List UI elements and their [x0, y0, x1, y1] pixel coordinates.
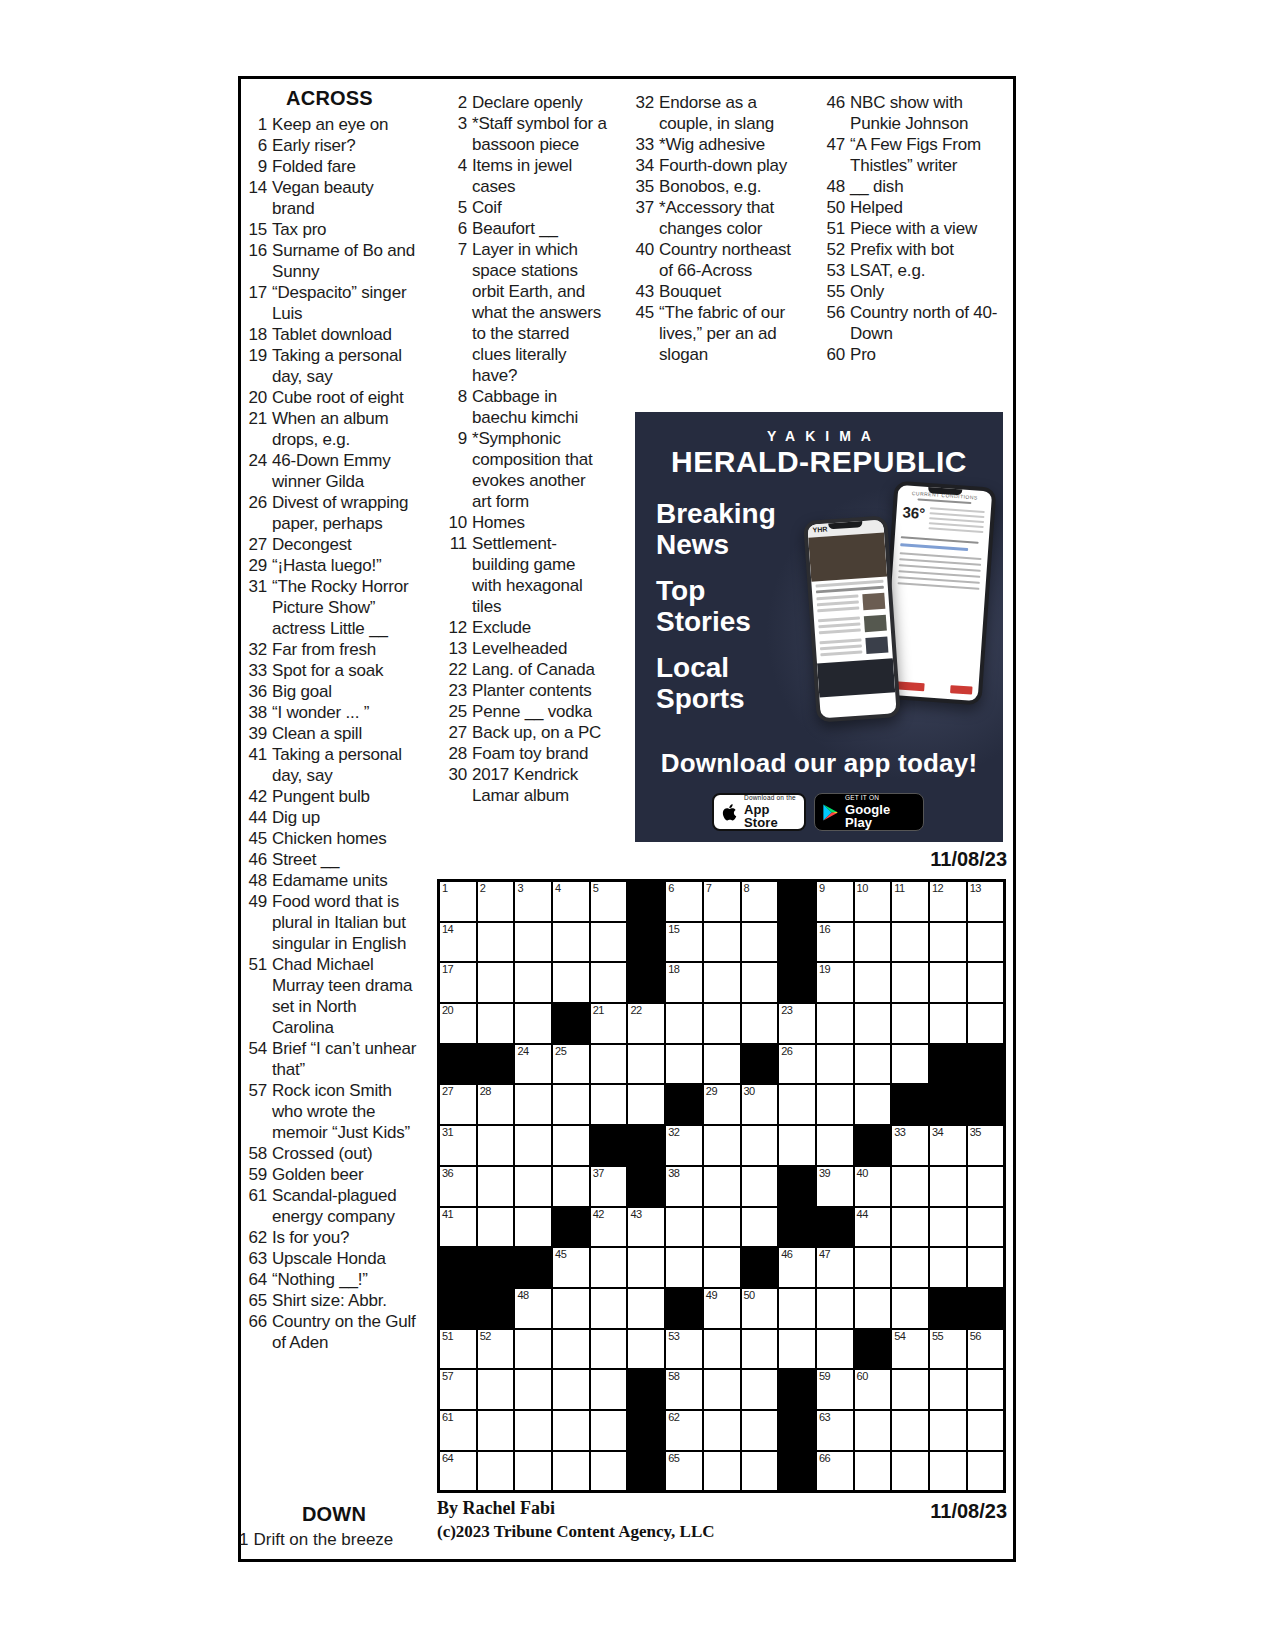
grid-cell[interactable] — [515, 1004, 551, 1043]
clue: 47“A Few Figs From Thistles” writer — [818, 134, 1006, 176]
grid-cell[interactable] — [628, 1330, 664, 1369]
grid-cell[interactable] — [892, 1004, 928, 1043]
clue-number: 12 — [441, 617, 472, 638]
black-cell — [440, 1248, 476, 1287]
grid-cell[interactable]: 33 — [892, 1126, 928, 1165]
clue-text: Planter contents — [472, 680, 607, 701]
grid-cell[interactable] — [591, 923, 627, 962]
clue-text: Settlement-building game with hexagonal … — [472, 533, 607, 617]
grid-cell[interactable]: 25 — [553, 1045, 589, 1084]
grid-cell[interactable] — [930, 1370, 966, 1409]
grid-cell[interactable] — [478, 1208, 514, 1247]
grid-cell[interactable]: 53 — [666, 1330, 702, 1369]
grid-cell[interactable] — [591, 963, 627, 1002]
down-clue-list-3: 46NBC show with Punkie Johnson47“A Few F… — [818, 92, 1006, 365]
grid-cell[interactable]: 29 — [704, 1085, 740, 1124]
grid-cell[interactable]: 41 — [440, 1208, 476, 1247]
grid-cell[interactable]: 19 — [817, 963, 853, 1002]
grid-cell[interactable]: 20 — [440, 1004, 476, 1043]
grid-cell[interactable]: 3 — [515, 882, 551, 921]
grid-cell[interactable] — [515, 1411, 551, 1450]
clue: 10Homes — [441, 512, 607, 533]
grid-cell[interactable] — [704, 1167, 740, 1206]
grid-cell[interactable] — [515, 1085, 551, 1124]
grid-cell[interactable] — [892, 923, 928, 962]
black-cell — [478, 1248, 514, 1287]
grid-cell[interactable] — [892, 1208, 928, 1247]
news-thumb — [862, 593, 885, 610]
ad-headlines: BreakingNewsTopStoriesLocalSports — [656, 498, 776, 729]
grid-cell[interactable] — [553, 1452, 589, 1491]
clue-text: “A Few Figs From Thistles” writer — [850, 134, 1006, 176]
grid-cell[interactable] — [742, 1452, 778, 1491]
grid-cell[interactable]: 66 — [817, 1452, 853, 1491]
clue-text: Country northeast of 66-Across — [659, 239, 798, 281]
clue: 48Edamame units — [239, 870, 420, 891]
clue: 49Food word that is plural in Italian bu… — [239, 891, 420, 954]
grid-cell[interactable]: 27 — [440, 1085, 476, 1124]
grid-cell[interactable]: 26 — [779, 1045, 815, 1084]
clue-number: 65 — [239, 1290, 272, 1311]
grid-cell[interactable]: 44 — [855, 1208, 891, 1247]
google-play-badge[interactable]: GET IT ON Google Play — [814, 793, 924, 831]
grid-cell[interactable] — [666, 1208, 702, 1247]
grid-cell[interactable] — [742, 1411, 778, 1450]
clue: 43Bouquet — [628, 281, 798, 302]
clue: 39Clean a spill — [239, 723, 420, 744]
clue: 2Declare openly — [441, 92, 607, 113]
grid-cell[interactable] — [553, 1370, 589, 1409]
grid-cell[interactable]: 14 — [440, 923, 476, 962]
clue-number: 30 — [441, 764, 472, 785]
clue-number: 19 — [239, 345, 272, 366]
grid-cell[interactable] — [628, 1248, 664, 1287]
grid-cell[interactable] — [892, 1045, 928, 1084]
grid-cell[interactable]: 37 — [591, 1167, 627, 1206]
grid-cell[interactable]: 15 — [666, 923, 702, 962]
grid-cell[interactable] — [892, 1411, 928, 1450]
grid-cell[interactable]: 49 — [704, 1289, 740, 1328]
clue: 61Scandal-plagued energy company — [239, 1185, 420, 1227]
cell-number: 66 — [819, 1453, 830, 1464]
grid-cell[interactable] — [704, 1208, 740, 1247]
grid-cell[interactable] — [779, 1289, 815, 1328]
weather-red-button — [950, 685, 973, 695]
down-clue-list-0: 1Drift on the breeze — [239, 1529, 429, 1550]
clue: 51Chad Michael Murray teen drama set in … — [239, 954, 420, 1038]
clue: 11Settlement-building game with hexagona… — [441, 533, 607, 617]
grid-cell[interactable]: 54 — [892, 1330, 928, 1369]
grid-cell[interactable]: 52 — [478, 1330, 514, 1369]
grid-cell[interactable]: 60 — [855, 1370, 891, 1409]
clue: 5Coif — [441, 197, 607, 218]
grid-cell[interactable] — [553, 1126, 589, 1165]
cell-number: 48 — [517, 1290, 528, 1301]
grid-cell[interactable] — [968, 1167, 1004, 1206]
grid-cell[interactable] — [968, 1370, 1004, 1409]
grid-cell[interactable] — [704, 923, 740, 962]
grid-cell[interactable] — [817, 1330, 853, 1369]
clue-number: 64 — [239, 1269, 272, 1290]
cell-number: 63 — [819, 1412, 830, 1423]
clue: 6Beaufort __ — [441, 218, 607, 239]
grid-cell[interactable] — [817, 1126, 853, 1165]
grid-cell[interactable] — [515, 1126, 551, 1165]
grid-cell[interactable] — [591, 1289, 627, 1328]
clue-number: 29 — [239, 555, 272, 576]
grid-cell[interactable] — [855, 1004, 891, 1043]
grid-cell[interactable]: 46 — [779, 1248, 815, 1287]
grid-cell[interactable] — [817, 1085, 853, 1124]
grid-cell[interactable]: 42 — [591, 1208, 627, 1247]
grid-cell[interactable] — [892, 1289, 928, 1328]
grid-cell[interactable]: 36 — [440, 1167, 476, 1206]
cell-number: 24 — [517, 1046, 528, 1057]
grid-cell[interactable] — [892, 1167, 928, 1206]
grid-cell[interactable]: 50 — [742, 1289, 778, 1328]
grid-cell[interactable] — [515, 1452, 551, 1491]
grid-cell[interactable]: 5 — [591, 882, 627, 921]
grid-cell[interactable] — [704, 1248, 740, 1287]
weather-link — [900, 543, 968, 551]
clue: 22Lang. of Canada — [441, 659, 607, 680]
grid-cell[interactable]: 10 — [855, 882, 891, 921]
grid-cell[interactable] — [591, 1370, 627, 1409]
grid-cell[interactable] — [478, 1411, 514, 1450]
grid-cell[interactable] — [628, 1045, 664, 1084]
grid-cell[interactable] — [892, 1452, 928, 1491]
cell-number: 7 — [706, 883, 712, 894]
app-store-badge[interactable]: Download on the App Store — [712, 793, 806, 831]
grid-cell[interactable] — [742, 923, 778, 962]
clue-number: 55 — [818, 281, 850, 302]
grid-cell[interactable]: 23 — [779, 1004, 815, 1043]
clue-number: 45 — [628, 302, 659, 323]
clue-column-down-2: 32Endorse as a couple, in slang33*Wig ad… — [628, 92, 798, 365]
clue-number: 42 — [239, 786, 272, 807]
clue: 32Endorse as a couple, in slang — [628, 92, 798, 134]
grid-cell[interactable]: 2 — [478, 882, 514, 921]
grid-cell[interactable]: 24 — [515, 1045, 551, 1084]
grid-cell[interactable] — [553, 1167, 589, 1206]
clue-number: 44 — [239, 807, 272, 828]
grid-cell[interactable]: 21 — [591, 1004, 627, 1043]
grid-cell[interactable] — [892, 1370, 928, 1409]
clue-number: 36 — [239, 681, 272, 702]
grid-cell[interactable]: 58 — [666, 1370, 702, 1409]
grid-cell[interactable]: 59 — [817, 1370, 853, 1409]
clue-text: 2017 Kendrick Lamar album — [472, 764, 607, 806]
clue-text: “The Rocky Horror Picture Show” actress … — [272, 576, 420, 639]
grid-cell[interactable] — [817, 1289, 853, 1328]
clue: 48__ dish — [818, 176, 1006, 197]
grid-cell[interactable] — [628, 1085, 664, 1124]
grid-cell[interactable]: 47 — [817, 1248, 853, 1287]
grid-cell[interactable] — [704, 1045, 740, 1084]
grid-cell[interactable]: 35 — [968, 1126, 1004, 1165]
grid-cell[interactable] — [515, 923, 551, 962]
grid-cell[interactable] — [591, 1085, 627, 1124]
grid-cell[interactable]: 45 — [553, 1248, 589, 1287]
grid-cell[interactable]: 55 — [930, 1330, 966, 1369]
grid-cell[interactable]: 28 — [478, 1085, 514, 1124]
clue: 36Big goal — [239, 681, 420, 702]
grid-cell[interactable] — [591, 1330, 627, 1369]
grid-cell[interactable] — [591, 1411, 627, 1450]
grid-cell[interactable] — [478, 1370, 514, 1409]
grid-cell[interactable] — [855, 1289, 891, 1328]
cell-number: 29 — [706, 1086, 717, 1097]
grid-cell[interactable] — [742, 1126, 778, 1165]
cell-number: 41 — [442, 1209, 453, 1220]
clue-text: *Symphonic composition that evokes anoth… — [472, 428, 607, 512]
grid-cell[interactable] — [779, 1330, 815, 1369]
grid-cell[interactable] — [478, 923, 514, 962]
grid-cell[interactable] — [855, 1411, 891, 1450]
clue: 29“¡Hasta luego!” — [239, 555, 420, 576]
grid-cell[interactable] — [742, 963, 778, 1002]
grid-cell[interactable] — [968, 963, 1004, 1002]
grid-cell[interactable] — [553, 1289, 589, 1328]
grid-cell[interactable]: 39 — [817, 1167, 853, 1206]
grid-cell[interactable] — [968, 1452, 1004, 1491]
grid-cell[interactable] — [515, 1370, 551, 1409]
grid-cell[interactable] — [742, 1370, 778, 1409]
grid-cell[interactable] — [478, 1452, 514, 1491]
grid-cell[interactable]: 18 — [666, 963, 702, 1002]
clue-text: Helped — [850, 197, 1006, 218]
grid-cell[interactable] — [968, 1208, 1004, 1247]
grid-cell[interactable] — [855, 963, 891, 1002]
black-cell — [440, 1289, 476, 1328]
down-clue-list-2: 32Endorse as a couple, in slang33*Wig ad… — [628, 92, 798, 365]
clue-number: 6 — [239, 135, 272, 156]
black-cell — [855, 1330, 891, 1369]
grid-cell[interactable]: 40 — [855, 1167, 891, 1206]
clue: 46Street __ — [239, 849, 420, 870]
clue: 1Keep an eye on — [239, 114, 420, 135]
grid-cell[interactable]: 13 — [968, 882, 1004, 921]
grid-cell[interactable] — [968, 1411, 1004, 1450]
clue-text: Prefix with bot — [850, 239, 1006, 260]
grid-cell[interactable] — [855, 1452, 891, 1491]
grid-cell[interactable]: 17 — [440, 963, 476, 1002]
ad-headline: LocalSports — [656, 652, 776, 714]
ad-brand-name: HERALD-REPUBLIC — [635, 445, 1003, 479]
down-clue-list-1: 2Declare openly3*Staff symbol for a bass… — [441, 92, 607, 806]
grid-cell[interactable]: 63 — [817, 1411, 853, 1450]
grid-cell[interactable] — [704, 1370, 740, 1409]
cell-number: 23 — [781, 1005, 792, 1016]
grid-cell[interactable]: 51 — [440, 1330, 476, 1369]
grid-cell[interactable] — [742, 1004, 778, 1043]
clue: 60Pro — [818, 344, 1006, 365]
grid-cell[interactable] — [892, 963, 928, 1002]
grid-cell[interactable] — [515, 963, 551, 1002]
grid-cell[interactable] — [742, 1167, 778, 1206]
clue-number: 25 — [441, 701, 472, 722]
clue-number: 53 — [818, 260, 850, 281]
grid-cell[interactable]: 1 — [440, 882, 476, 921]
grid-cell[interactable] — [591, 1452, 627, 1491]
grid-cell[interactable] — [968, 923, 1004, 962]
clue-number: 49 — [239, 891, 272, 912]
grid-cell[interactable]: 8 — [742, 882, 778, 921]
clue-text: Country on the Gulf of Aden — [272, 1311, 420, 1353]
grid-cell[interactable] — [553, 1085, 589, 1124]
clue-text: Bouquet — [659, 281, 798, 302]
clue-text: *Accessory that changes color — [659, 197, 798, 239]
grid-cell[interactable] — [855, 1045, 891, 1084]
grid-cell[interactable]: 57 — [440, 1370, 476, 1409]
grid-cell[interactable] — [553, 1330, 589, 1369]
cell-number: 64 — [442, 1453, 453, 1464]
grid-cell[interactable] — [591, 1248, 627, 1287]
grid-cell[interactable] — [742, 1330, 778, 1369]
grid-cell[interactable]: 65 — [666, 1452, 702, 1491]
black-cell — [628, 1167, 664, 1206]
clue-text: LSAT, e.g. — [850, 260, 1006, 281]
cell-number: 46 — [781, 1249, 792, 1260]
clue: 58Crossed (out) — [239, 1143, 420, 1164]
clue-number: 60 — [818, 344, 850, 365]
grid-cell[interactable]: 31 — [440, 1126, 476, 1165]
grid-cell[interactable] — [628, 1289, 664, 1328]
grid-cell[interactable] — [930, 923, 966, 962]
crossword-grid: 1234567891011121314151617181920212223242… — [437, 879, 1006, 1493]
grid-cell[interactable] — [930, 1167, 966, 1206]
grid-cell[interactable]: 64 — [440, 1452, 476, 1491]
clue-number: 46 — [239, 849, 272, 870]
clue-text: “¡Hasta luego!” — [272, 555, 420, 576]
cell-number: 5 — [593, 883, 599, 894]
grid-cell[interactable]: 9 — [817, 882, 853, 921]
grid-cell[interactable] — [930, 1411, 966, 1450]
grid-cell[interactable]: 56 — [968, 1330, 1004, 1369]
grid-cell[interactable] — [817, 1004, 853, 1043]
grid-cell[interactable] — [930, 1452, 966, 1491]
grid-cell[interactable]: 16 — [817, 923, 853, 962]
grid-cell[interactable]: 43 — [628, 1208, 664, 1247]
cell-number: 57 — [442, 1371, 453, 1382]
grid-cell[interactable] — [855, 1248, 891, 1287]
grid-cell[interactable] — [968, 1248, 1004, 1287]
black-cell — [817, 1208, 853, 1247]
clue: 51Piece with a view — [818, 218, 1006, 239]
grid-cell[interactable] — [478, 1126, 514, 1165]
grid-cell[interactable] — [515, 1208, 551, 1247]
grid-cell[interactable] — [930, 963, 966, 1002]
grid-cell[interactable] — [553, 963, 589, 1002]
grid-cell[interactable] — [704, 1330, 740, 1369]
grid-cell[interactable] — [930, 1248, 966, 1287]
grid-cell[interactable]: 11 — [892, 882, 928, 921]
grid-cell[interactable] — [930, 1208, 966, 1247]
clue-text: Items in jewel cases — [472, 155, 607, 197]
black-cell — [628, 1411, 664, 1450]
clue: 65Shirt size: Abbr. — [239, 1290, 420, 1311]
ad-headline: BreakingNews — [656, 498, 776, 560]
clue-text: Taking a personal day, say — [272, 744, 420, 786]
grid-cell[interactable] — [478, 1004, 514, 1043]
grid-cell[interactable] — [704, 1411, 740, 1450]
clue-text: “The fabric of our lives,” per an ad slo… — [659, 302, 798, 365]
grid-cell[interactable] — [478, 1167, 514, 1206]
clue: 45“The fabric of our lives,” per an ad s… — [628, 302, 798, 365]
grid-cell[interactable]: 61 — [440, 1411, 476, 1450]
black-cell — [628, 963, 664, 1002]
news-thumb — [864, 615, 887, 632]
grid-cell[interactable]: 6 — [666, 882, 702, 921]
grid-cell[interactable] — [704, 1452, 740, 1491]
grid-cell[interactable] — [553, 1411, 589, 1450]
black-cell — [553, 1208, 589, 1247]
grid-cell[interactable] — [591, 1045, 627, 1084]
grid-cell[interactable] — [704, 963, 740, 1002]
clue-text: Country north of 40-Down — [850, 302, 1006, 344]
grid-cell[interactable]: 30 — [742, 1085, 778, 1124]
grid-cell[interactable]: 48 — [515, 1289, 551, 1328]
grid-cell[interactable]: 38 — [666, 1167, 702, 1206]
grid-cell[interactable] — [704, 1004, 740, 1043]
grid-cell[interactable] — [779, 1126, 815, 1165]
grid-cell[interactable] — [478, 963, 514, 1002]
grid-cell[interactable] — [666, 1004, 702, 1043]
down-header: DOWN — [239, 1504, 429, 1525]
clue-number: 22 — [441, 659, 472, 680]
clue-text: Early riser? — [272, 135, 420, 156]
grid-cell[interactable]: 22 — [628, 1004, 664, 1043]
grid-cell[interactable] — [742, 1208, 778, 1247]
cell-number: 8 — [744, 883, 750, 894]
clue-text: Keep an eye on — [272, 114, 420, 135]
grid-cell[interactable] — [704, 1126, 740, 1165]
clue-number: 1 — [239, 1529, 253, 1550]
clue: 302017 Kendrick Lamar album — [441, 764, 607, 806]
grid-cell[interactable] — [892, 1248, 928, 1287]
grid-cell[interactable] — [553, 923, 589, 962]
clue: 14Vegan beauty brand — [239, 177, 420, 219]
grid-cell[interactable]: 62 — [666, 1411, 702, 1450]
clue-number: 37 — [628, 197, 659, 218]
grid-cell[interactable] — [817, 1045, 853, 1084]
grid-cell[interactable] — [855, 923, 891, 962]
grid-cell[interactable]: 34 — [930, 1126, 966, 1165]
puzzle-date-bottom: 11/08/23 — [807, 1500, 1007, 1523]
grid-cell[interactable] — [779, 1085, 815, 1124]
grid-cell[interactable]: 12 — [930, 882, 966, 921]
black-cell — [779, 1452, 815, 1491]
grid-cell[interactable] — [515, 1167, 551, 1206]
grid-cell[interactable] — [930, 1004, 966, 1043]
cell-number: 25 — [555, 1046, 566, 1057]
grid-cell[interactable] — [515, 1330, 551, 1369]
grid-cell[interactable]: 4 — [553, 882, 589, 921]
clue-text: Edamame units — [272, 870, 420, 891]
black-cell — [855, 1126, 891, 1165]
grid-cell[interactable] — [855, 1085, 891, 1124]
clue-text: Bonobos, e.g. — [659, 176, 798, 197]
clue: 62Is for you? — [239, 1227, 420, 1248]
cell-number: 31 — [442, 1127, 453, 1138]
grid-cell[interactable] — [968, 1004, 1004, 1043]
cell-number: 2 — [480, 883, 486, 894]
grid-cell[interactable] — [666, 1248, 702, 1287]
clue: 54Brief “I can’t unhear that” — [239, 1038, 420, 1080]
grid-cell[interactable]: 7 — [704, 882, 740, 921]
grid-cell[interactable]: 32 — [666, 1126, 702, 1165]
grid-cell[interactable] — [666, 1045, 702, 1084]
